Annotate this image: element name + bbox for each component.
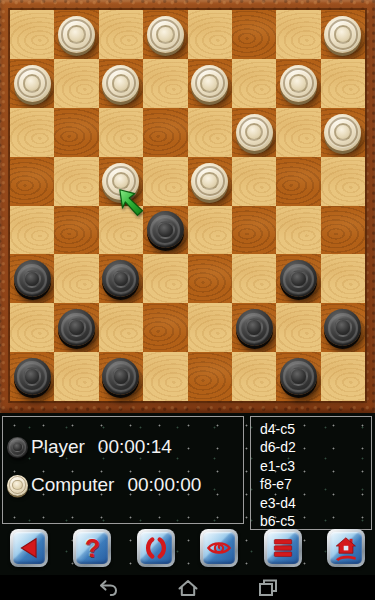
square-d7[interactable] <box>143 303 187 352</box>
menu-button[interactable] <box>264 529 302 567</box>
help-button[interactable]: ? <box>73 529 111 567</box>
checker-white[interactable] <box>280 65 317 102</box>
question-mark-icon: ? <box>85 536 100 561</box>
square-h6[interactable] <box>321 254 365 303</box>
square-e6[interactable] <box>188 254 232 303</box>
undo-button[interactable] <box>10 529 48 567</box>
checker-white[interactable] <box>58 16 95 53</box>
square-e2[interactable] <box>188 59 232 108</box>
square-b5[interactable] <box>54 206 98 255</box>
toolbar: ? <box>0 529 375 567</box>
checker-black[interactable] <box>280 358 317 395</box>
square-e5[interactable] <box>188 206 232 255</box>
square-g7[interactable] <box>276 303 320 352</box>
square-e8[interactable] <box>188 352 232 401</box>
square-g3[interactable] <box>276 108 320 157</box>
square-g8[interactable] <box>276 352 320 401</box>
nav-recents-button[interactable] <box>257 579 279 597</box>
checker-black[interactable] <box>102 358 139 395</box>
square-d4[interactable] <box>143 157 187 206</box>
checker-white[interactable] <box>14 65 51 102</box>
square-h3[interactable] <box>321 108 365 157</box>
square-g1[interactable] <box>276 10 320 59</box>
square-c6[interactable] <box>99 254 143 303</box>
square-f1[interactable] <box>232 10 276 59</box>
checker-white[interactable] <box>191 163 228 200</box>
square-c8[interactable] <box>99 352 143 401</box>
selection-arrow-icon <box>117 187 148 218</box>
move-item: e1-c3 <box>260 457 371 475</box>
square-c2[interactable] <box>99 59 143 108</box>
checker-black[interactable] <box>147 211 184 248</box>
square-h5[interactable] <box>321 206 365 255</box>
move-item: d4-c5 <box>260 420 371 438</box>
move-list[interactable]: d4-c5d6-d2e1-c3f8-e7e3-d4b6-c5 <box>250 416 372 530</box>
checker-white[interactable] <box>324 114 361 151</box>
nav-home-button[interactable] <box>177 579 199 597</box>
square-d8[interactable] <box>143 352 187 401</box>
checker-black[interactable] <box>280 260 317 297</box>
checker-black[interactable] <box>324 309 361 346</box>
computer-time: 00:00:00 <box>127 474 201 496</box>
checker-white[interactable] <box>102 65 139 102</box>
square-c1[interactable] <box>99 10 143 59</box>
square-h7[interactable] <box>321 303 365 352</box>
move-item: f8-e7 <box>260 475 371 493</box>
circular-arrows-icon <box>143 535 169 561</box>
square-b4[interactable] <box>54 157 98 206</box>
square-a5[interactable] <box>10 206 54 255</box>
square-f5[interactable] <box>232 206 276 255</box>
exit-button[interactable] <box>327 529 365 567</box>
square-f2[interactable] <box>232 59 276 108</box>
square-b7[interactable] <box>54 303 98 352</box>
move-item: b6-c5 <box>260 512 371 530</box>
checker-black[interactable] <box>236 309 273 346</box>
square-h2[interactable] <box>321 59 365 108</box>
square-d6[interactable] <box>143 254 187 303</box>
back-triangle-icon <box>16 535 42 561</box>
square-a3[interactable] <box>10 108 54 157</box>
square-b8[interactable] <box>54 352 98 401</box>
player-time: 00:00:14 <box>98 436 172 458</box>
checker-white[interactable] <box>324 16 361 53</box>
android-navbar <box>0 575 375 600</box>
checker-white[interactable] <box>236 114 273 151</box>
restart-button[interactable] <box>137 529 175 567</box>
square-c3[interactable] <box>99 108 143 157</box>
square-e3[interactable] <box>188 108 232 157</box>
checker-white[interactable] <box>191 65 228 102</box>
square-b2[interactable] <box>54 59 98 108</box>
nav-recents-icon <box>257 579 279 597</box>
checker-black[interactable] <box>58 309 95 346</box>
player-clock-row: Player 00:00:14 <box>7 428 243 466</box>
nav-back-icon <box>97 579 119 597</box>
square-b1[interactable] <box>54 10 98 59</box>
checkers-board <box>0 0 375 413</box>
square-f7[interactable] <box>232 303 276 352</box>
square-g6[interactable] <box>276 254 320 303</box>
computer-clock-row: Computer 00:00:00 <box>7 466 243 504</box>
square-a6[interactable] <box>10 254 54 303</box>
square-a2[interactable] <box>10 59 54 108</box>
square-a4[interactable] <box>10 157 54 206</box>
info-panel: Player 00:00:14 Computer 00:00:00 d4-c5d… <box>0 413 375 533</box>
player-label: Player <box>31 436 85 458</box>
square-d2[interactable] <box>143 59 187 108</box>
app-screen: Player 00:00:14 Computer 00:00:00 d4-c5d… <box>0 0 375 600</box>
square-c4[interactable] <box>99 157 143 206</box>
square-h4[interactable] <box>321 157 365 206</box>
square-g4[interactable] <box>276 157 320 206</box>
black-checker-icon <box>7 437 28 458</box>
square-c7[interactable] <box>99 303 143 352</box>
square-e4[interactable] <box>188 157 232 206</box>
square-g5[interactable] <box>276 206 320 255</box>
square-f4[interactable] <box>232 157 276 206</box>
square-f8[interactable] <box>232 352 276 401</box>
checker-black[interactable] <box>14 260 51 297</box>
clocks-box: Player 00:00:14 Computer 00:00:00 <box>2 416 244 524</box>
square-d5[interactable] <box>143 206 187 255</box>
square-b3[interactable] <box>54 108 98 157</box>
square-d1[interactable] <box>143 10 187 59</box>
board-grid <box>10 10 365 401</box>
square-a8[interactable] <box>10 352 54 401</box>
square-a7[interactable] <box>10 303 54 352</box>
square-e1[interactable] <box>188 10 232 59</box>
menu-bars-icon <box>270 535 296 561</box>
square-d3[interactable] <box>143 108 187 157</box>
move-item: e3-d4 <box>260 494 371 512</box>
home-icon <box>332 535 359 562</box>
square-e7[interactable] <box>188 303 232 352</box>
square-g2[interactable] <box>276 59 320 108</box>
move-item: d6-d2 <box>260 438 371 456</box>
square-h1[interactable] <box>321 10 365 59</box>
eye-icon <box>205 535 233 561</box>
checker-black[interactable] <box>102 260 139 297</box>
square-a1[interactable] <box>10 10 54 59</box>
square-b6[interactable] <box>54 254 98 303</box>
square-f6[interactable] <box>232 254 276 303</box>
square-h8[interactable] <box>321 352 365 401</box>
nav-home-icon <box>177 579 199 597</box>
checker-white[interactable] <box>147 16 184 53</box>
view-button[interactable] <box>200 529 238 567</box>
computer-label: Computer <box>31 474 114 496</box>
square-f3[interactable] <box>232 108 276 157</box>
checker-black[interactable] <box>14 358 51 395</box>
nav-back-button[interactable] <box>97 579 119 597</box>
white-checker-icon <box>7 475 28 496</box>
